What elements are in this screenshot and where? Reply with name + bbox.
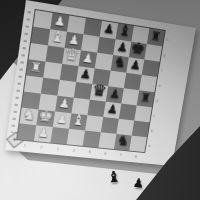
coord-right-h: h	[166, 37, 169, 42]
black-pawn-e4[interactable]: ♟	[79, 67, 92, 80]
black-queen-d5[interactable]: ♛	[91, 82, 108, 99]
black-rook-d8[interactable]: ♜	[140, 91, 152, 104]
white-pawn-f4[interactable]: ♟	[82, 51, 95, 64]
black-pawn-f7[interactable]: ♟	[129, 58, 141, 71]
black-pawn-g6[interactable]: ♟	[116, 40, 128, 53]
coord-bottom-2: 2	[40, 145, 43, 150]
coord-bottom-3: 3	[56, 146, 59, 151]
white-pawn-c3[interactable]: ♟	[58, 97, 71, 110]
black-bishop-h6[interactable]: ♝	[117, 22, 133, 39]
white-pawn-g3[interactable]: ♟	[68, 33, 81, 47]
square-c8[interactable]	[134, 105, 152, 122]
coord-bottom-4: 4	[72, 148, 75, 153]
coord-right-e: e	[158, 83, 161, 88]
white-bishop-b4[interactable]: ♝	[71, 112, 87, 128]
black-pawn-h5[interactable]: ♟	[103, 22, 116, 36]
black-knight-f6[interactable]: ♞	[113, 55, 128, 70]
coord-bottom-6: 6	[104, 151, 107, 156]
coord-right-g: g	[163, 52, 166, 57]
chess-photo-scene: ✦ ♜♞♚♟♟♟♛♟♟♝♝♟♛♟♟♟♟♞♟♝♟♚♞♜♜ 12345678hgfe…	[0, 0, 200, 200]
coord-bottom-5: 5	[88, 149, 91, 154]
square-a8[interactable]	[129, 136, 147, 152]
black-pawn-c6[interactable]: ♟	[106, 102, 118, 115]
white-queen-f3[interactable]: ♛	[63, 46, 80, 64]
coord-bottom-7: 7	[119, 152, 122, 157]
coord-bottom-1: 1	[23, 143, 26, 148]
coord-right-b: b	[151, 128, 154, 133]
chess-board: ✦ ♜♞♚♟♟♟♛♟♟♝♝♟♛♟♟♟♟♞♟♝♟♚♞♜♜ 12345678hgfe…	[5, 0, 196, 166]
coord-right-f: f	[161, 67, 163, 72]
black-rook-h8[interactable]: ♜	[150, 29, 162, 42]
white-king-b2[interactable]: ♚	[37, 108, 54, 125]
black-knight-a7[interactable]: ♞	[116, 133, 130, 147]
white-pawn-a2[interactable]: ♟	[37, 126, 50, 139]
captured-black-bishop[interactable]: ♝	[106, 169, 121, 185]
vinyl-mat: ✦ ♜♞♚♟♟♟♛♟♟♝♝♟♛♟♟♟♟♞♟♝♟♚♞♜♜ 12345678hgfe…	[5, 0, 196, 166]
black-king-g7[interactable]: ♚	[130, 40, 146, 58]
coord-right-c: c	[153, 113, 156, 118]
white-rook-e1[interactable]: ♜	[30, 60, 43, 74]
square-b8[interactable]	[132, 121, 150, 138]
white-pawn-b3[interactable]: ♟	[56, 112, 69, 125]
coord-bottom-8: 8	[134, 154, 137, 159]
board-grid: ♜♞♚♟♟♟♛♟♟♝♝♟♛♟♟♟♟♞♟♝♟♚♞♜♜	[17, 10, 164, 152]
captured-black-pawn[interactable]: ♟	[132, 176, 144, 189]
white-knight-b1[interactable]: ♞	[22, 107, 37, 122]
coord-right-a: a	[148, 143, 151, 148]
black-pawn-d6[interactable]: ♟	[109, 87, 121, 100]
coord-right-d: d	[156, 98, 159, 103]
white-bishop-g2[interactable]: ♝	[50, 28, 66, 45]
